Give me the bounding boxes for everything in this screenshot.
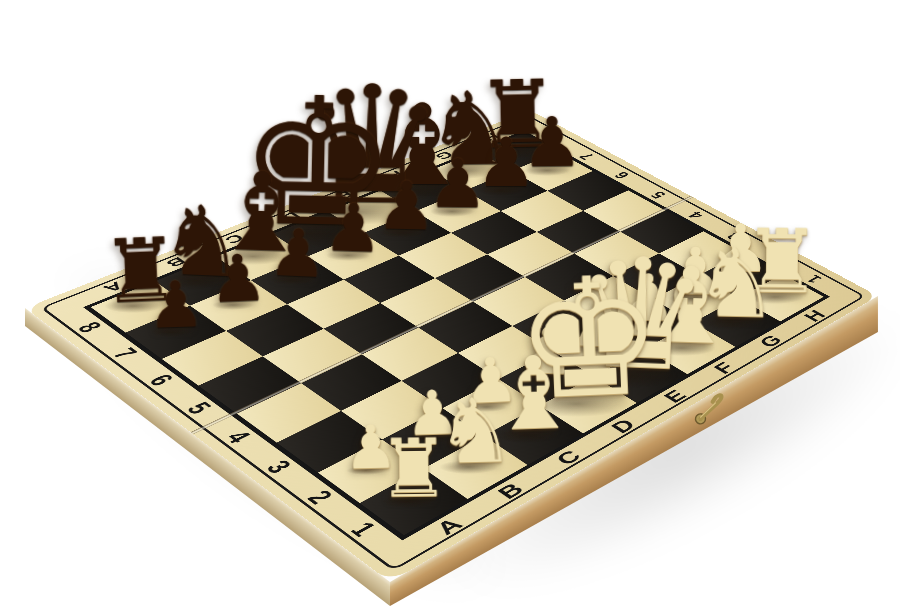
piece-black-pawn-c7[interactable]: ♟: [263, 220, 331, 288]
piece-black-pawn-b7[interactable]: ♟: [204, 245, 271, 312]
piece-black-pawn-a7[interactable]: ♟: [143, 273, 209, 339]
photo-stage: AA88BB77CC66DD55EE44FF33GG22HH11 ♜♞♟♟♝♟♛…: [0, 0, 900, 611]
piece-white-rook-a1[interactable]: ♜: [373, 429, 454, 510]
